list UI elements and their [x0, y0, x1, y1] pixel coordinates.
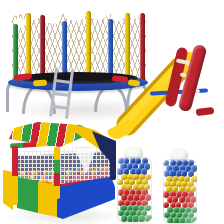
trampoline-net-dip — [111, 10, 124, 21]
bag-body — [117, 157, 152, 222]
ball-bag — [163, 148, 197, 223]
post-segment — [54, 147, 60, 161]
bag-sheen — [163, 159, 197, 223]
ladder-rung — [54, 92, 69, 97]
slide-ladder-rail-front — [177, 43, 207, 112]
trampoline-pole — [108, 19, 113, 80]
trampoline — [0, 4, 162, 124]
ladder-rung — [55, 79, 70, 84]
slide-ladder-rung — [184, 86, 200, 93]
trampoline-net-dip — [45, 12, 61, 24]
trampoline-net-dip — [90, 8, 107, 20]
trampoline-pole — [125, 13, 130, 81]
trampoline-net-dip — [66, 9, 85, 21]
post-segment — [54, 173, 60, 187]
slide-ladder-rung — [176, 58, 192, 65]
slide-ladder-rung — [180, 72, 196, 79]
ball-bag — [117, 146, 152, 222]
trampoline-pole — [140, 13, 145, 82]
post-segment — [12, 146, 18, 176]
post-segment — [54, 160, 60, 174]
ball-pit-post-center — [54, 147, 60, 199]
trampoline-rim-chip — [33, 80, 47, 87]
slide-ladder-rail-back — [164, 47, 188, 108]
post-segment — [54, 186, 60, 199]
post-segment — [12, 176, 18, 206]
bag-sheen — [117, 157, 152, 222]
trampoline-pole — [86, 11, 91, 81]
trampoline-net-dip — [29, 10, 39, 20]
trampoline-pole — [13, 24, 18, 80]
bag-body — [163, 159, 197, 223]
slide-ladder-foot — [196, 107, 215, 116]
trampoline-net-dip — [128, 9, 139, 19]
trampoline-pole — [26, 13, 31, 82]
slide-top-platform — [178, 52, 198, 66]
ladder-rung — [52, 105, 67, 110]
product-photo — [0, 0, 224, 224]
ball-pit-post-left — [12, 146, 18, 205]
